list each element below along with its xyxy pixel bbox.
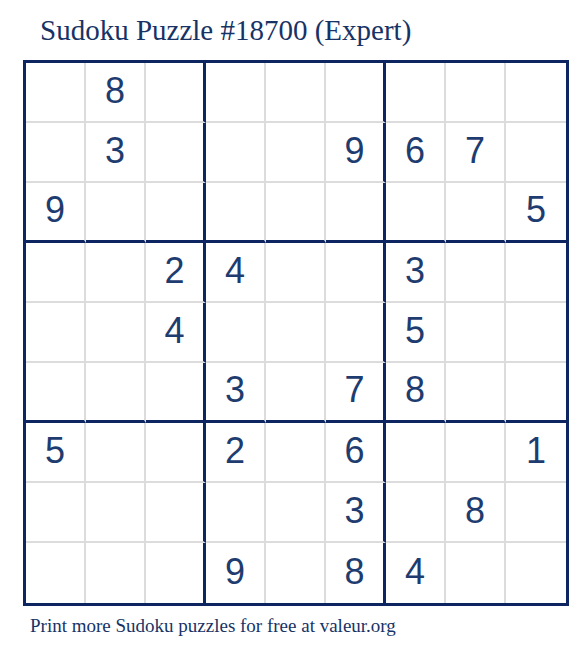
cell-r9c4: 9 (206, 543, 266, 603)
cell-r2c1 (26, 123, 86, 183)
cell-r8c7 (386, 483, 446, 543)
cell-r7c9: 1 (506, 423, 566, 483)
cell-r3c3 (146, 183, 206, 243)
cell-r9c7: 4 (386, 543, 446, 603)
cell-r5c2 (86, 303, 146, 363)
cell-r1c4 (206, 63, 266, 123)
cell-r6c7: 8 (386, 363, 446, 423)
cell-r7c4: 2 (206, 423, 266, 483)
cell-r6c8 (446, 363, 506, 423)
cell-r3c4 (206, 183, 266, 243)
cell-r4c9 (506, 243, 566, 303)
cell-r8c9 (506, 483, 566, 543)
cell-r9c1 (26, 543, 86, 603)
cell-r6c4: 3 (206, 363, 266, 423)
cell-r2c9 (506, 123, 566, 183)
cell-r4c6 (326, 243, 386, 303)
cell-r5c4 (206, 303, 266, 363)
cell-r8c1 (26, 483, 86, 543)
cell-r4c3: 2 (146, 243, 206, 303)
cell-r3c1: 9 (26, 183, 86, 243)
cell-r9c9 (506, 543, 566, 603)
cell-r3c8 (446, 183, 506, 243)
cell-r4c2 (86, 243, 146, 303)
cell-r9c8 (446, 543, 506, 603)
cell-r3c5 (266, 183, 326, 243)
cell-r3c2 (86, 183, 146, 243)
cell-r7c7 (386, 423, 446, 483)
cell-r5c7: 5 (386, 303, 446, 363)
cell-r5c8 (446, 303, 506, 363)
cell-r4c8 (446, 243, 506, 303)
cell-r2c8: 7 (446, 123, 506, 183)
page-title: Sudoku Puzzle #18700 (Expert) (40, 14, 411, 47)
cell-r6c2 (86, 363, 146, 423)
cell-r1c8 (446, 63, 506, 123)
cell-r7c8 (446, 423, 506, 483)
cell-r9c5 (266, 543, 326, 603)
sudoku-board: 839679524345378526138984 (23, 60, 569, 606)
footer-credit: Print more Sudoku puzzles for free at va… (30, 615, 396, 637)
sudoku-page: Sudoku Puzzle #18700 (Expert) 8396795243… (0, 0, 580, 651)
cell-r6c6: 7 (326, 363, 386, 423)
cell-r6c1 (26, 363, 86, 423)
cell-r1c5 (266, 63, 326, 123)
cell-r5c6 (326, 303, 386, 363)
cell-r4c7: 3 (386, 243, 446, 303)
cell-r7c2 (86, 423, 146, 483)
cell-r1c6 (326, 63, 386, 123)
cell-r1c9 (506, 63, 566, 123)
cell-r2c4 (206, 123, 266, 183)
cell-r3c6 (326, 183, 386, 243)
cell-r7c5 (266, 423, 326, 483)
cell-r3c7 (386, 183, 446, 243)
cell-r5c5 (266, 303, 326, 363)
cell-r7c1: 5 (26, 423, 86, 483)
cell-r6c5 (266, 363, 326, 423)
cell-r2c2: 3 (86, 123, 146, 183)
cell-r1c3 (146, 63, 206, 123)
cell-r8c6: 3 (326, 483, 386, 543)
cell-r8c5 (266, 483, 326, 543)
cell-r9c2 (86, 543, 146, 603)
cell-r9c3 (146, 543, 206, 603)
cell-r6c3 (146, 363, 206, 423)
cell-r2c5 (266, 123, 326, 183)
cell-r2c7: 6 (386, 123, 446, 183)
cell-r7c6: 6 (326, 423, 386, 483)
cell-r8c4 (206, 483, 266, 543)
cell-r3c9: 5 (506, 183, 566, 243)
cell-r1c7 (386, 63, 446, 123)
cell-r7c3 (146, 423, 206, 483)
cell-r6c9 (506, 363, 566, 423)
cell-r8c8: 8 (446, 483, 506, 543)
cell-r8c2 (86, 483, 146, 543)
cell-r4c1 (26, 243, 86, 303)
cell-r2c3 (146, 123, 206, 183)
cell-r4c4: 4 (206, 243, 266, 303)
cell-r9c6: 8 (326, 543, 386, 603)
cell-r2c6: 9 (326, 123, 386, 183)
cell-r5c9 (506, 303, 566, 363)
cell-r5c3: 4 (146, 303, 206, 363)
cell-r1c1 (26, 63, 86, 123)
cell-r4c5 (266, 243, 326, 303)
cell-r8c3 (146, 483, 206, 543)
cell-r5c1 (26, 303, 86, 363)
cell-r1c2: 8 (86, 63, 146, 123)
